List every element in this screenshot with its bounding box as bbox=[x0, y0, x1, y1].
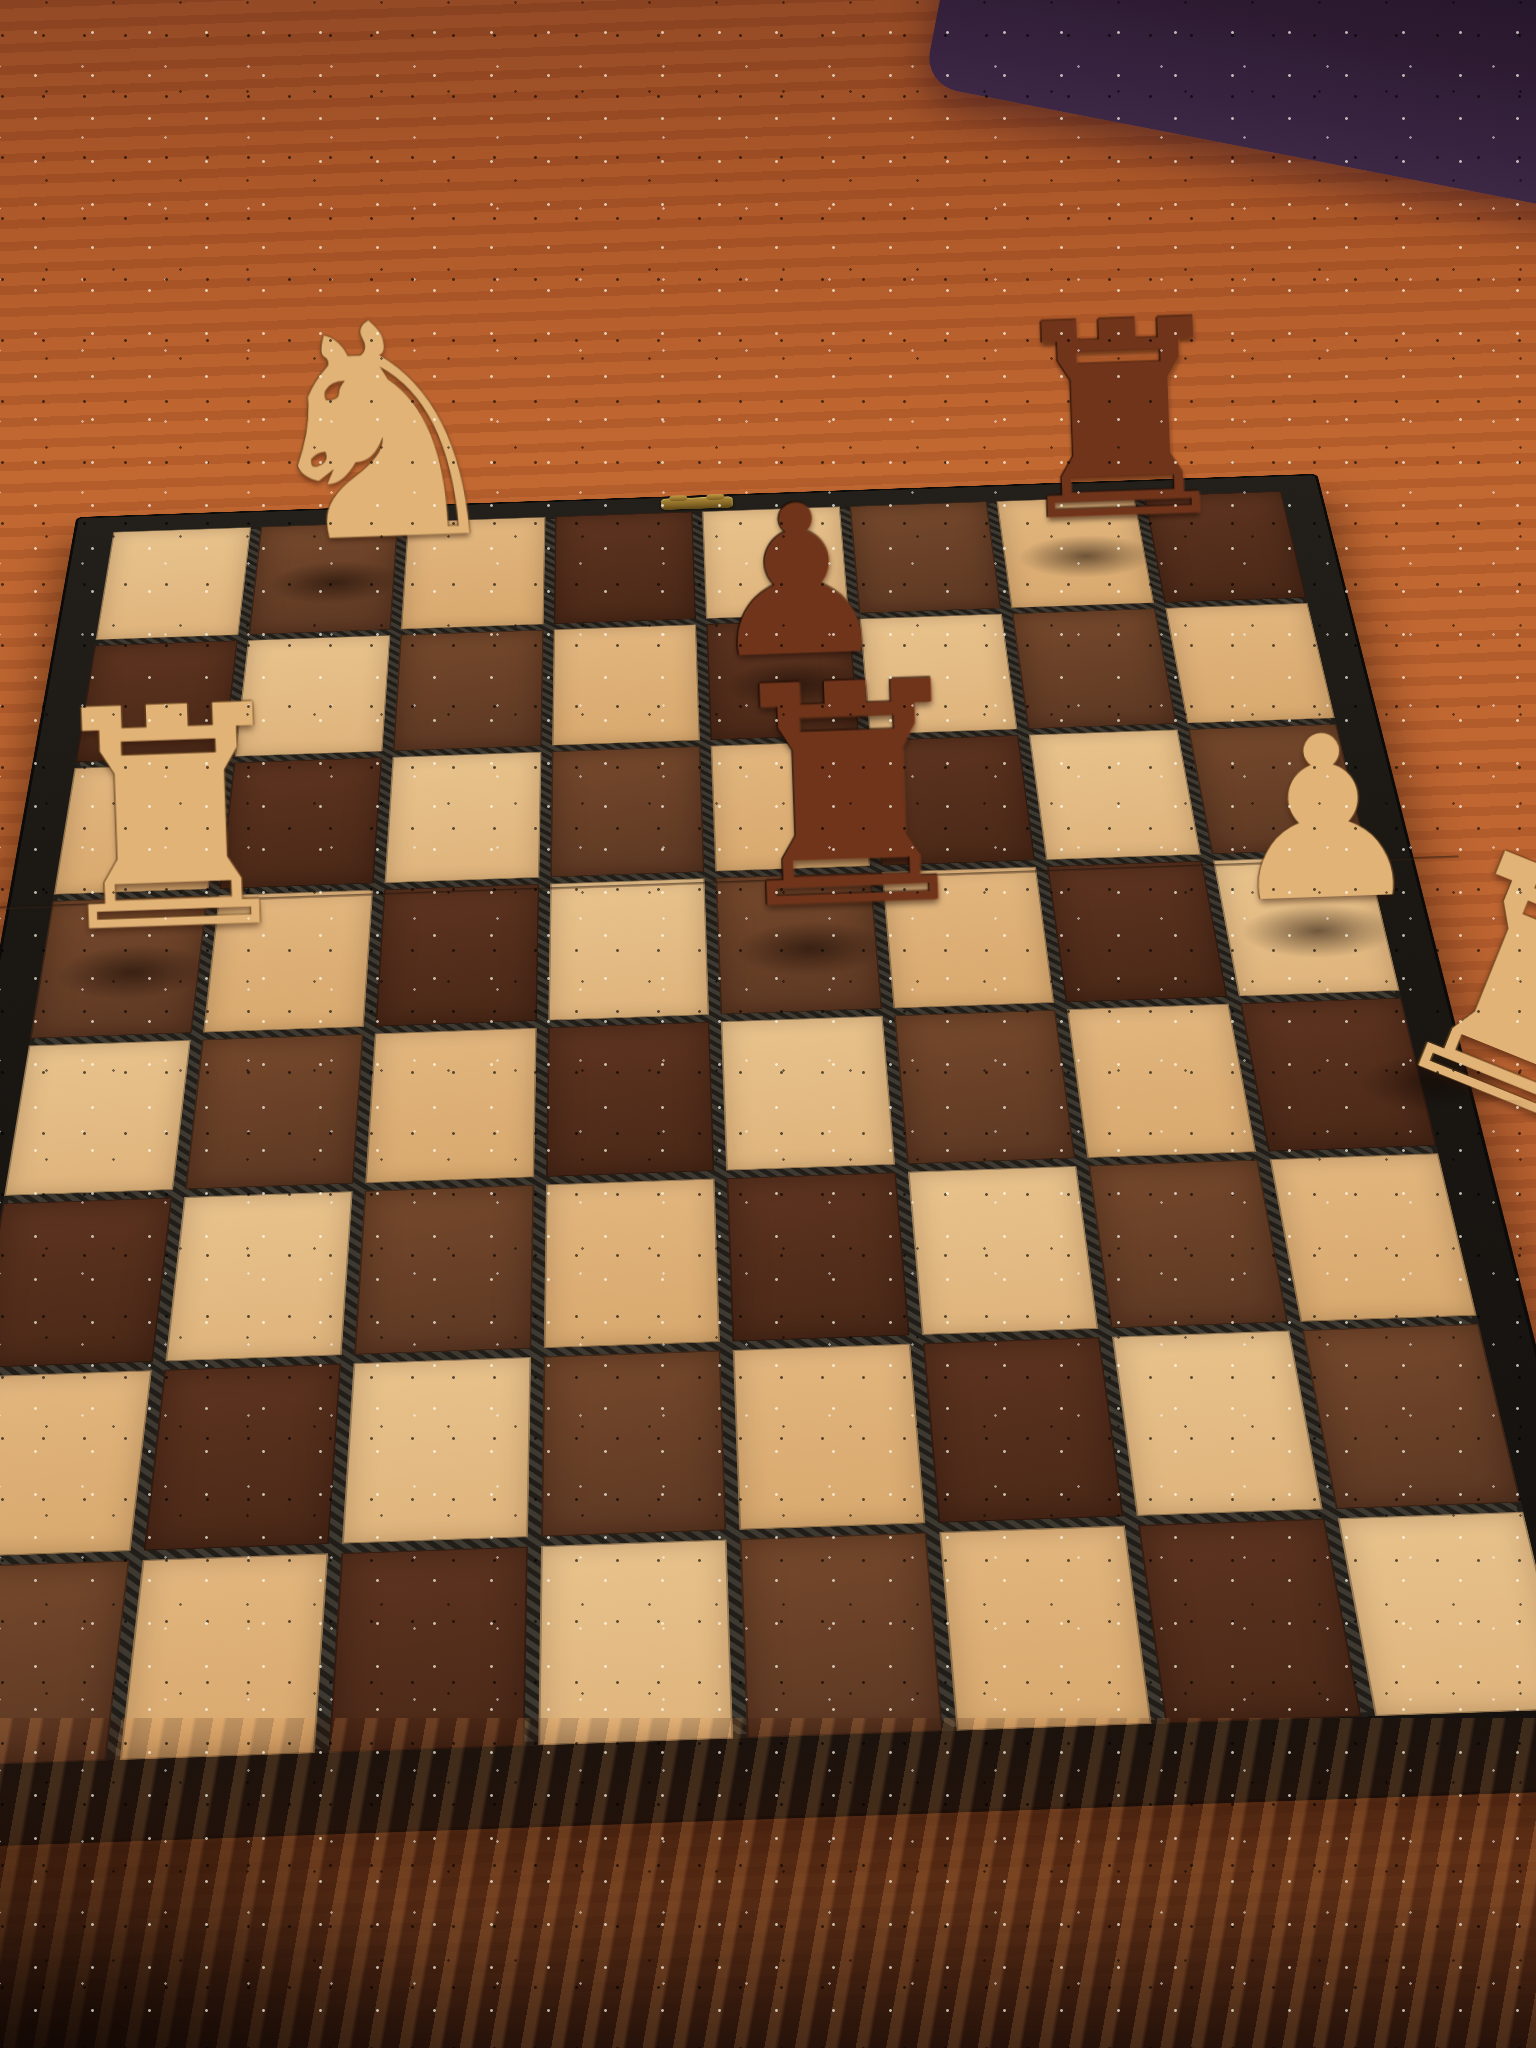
square-b7[interactable] bbox=[234, 635, 390, 757]
square-g1[interactable] bbox=[1138, 1519, 1361, 1724]
square-d4[interactable] bbox=[546, 1022, 715, 1177]
square-h6[interactable] bbox=[1188, 724, 1366, 854]
square-a8[interactable] bbox=[96, 527, 251, 640]
square-d1[interactable] bbox=[538, 1539, 734, 1745]
square-c2[interactable] bbox=[342, 1357, 531, 1544]
square-a5[interactable] bbox=[30, 896, 208, 1039]
square-d2[interactable] bbox=[541, 1350, 727, 1537]
square-b4[interactable] bbox=[185, 1034, 364, 1190]
square-c6[interactable] bbox=[385, 752, 542, 883]
square-f7[interactable] bbox=[859, 614, 1017, 735]
chess-board[interactable]: ♞♜♟♜♜♟♜ bbox=[0, 491, 1536, 1767]
square-d3[interactable] bbox=[543, 1179, 720, 1349]
square-b6[interactable] bbox=[219, 757, 382, 889]
square-c8[interactable] bbox=[401, 517, 545, 630]
square-f4[interactable] bbox=[894, 1010, 1076, 1165]
square-e7[interactable] bbox=[706, 619, 859, 740]
square-d8[interactable] bbox=[553, 512, 696, 624]
square-d7[interactable] bbox=[552, 624, 700, 745]
square-e5[interactable] bbox=[716, 872, 882, 1014]
square-h7[interactable] bbox=[1165, 603, 1335, 723]
square-b2[interactable] bbox=[143, 1364, 341, 1551]
square-h4[interactable] bbox=[1240, 998, 1437, 1152]
square-e8[interactable] bbox=[702, 507, 849, 619]
square-c4[interactable] bbox=[365, 1028, 536, 1183]
square-g8[interactable] bbox=[996, 496, 1153, 608]
square-f3[interactable] bbox=[907, 1166, 1098, 1335]
square-f6[interactable] bbox=[870, 735, 1036, 866]
bottom-left-shadow bbox=[0, 1788, 480, 2048]
square-e3[interactable] bbox=[727, 1172, 910, 1341]
square-a2[interactable] bbox=[0, 1370, 152, 1558]
square-b8[interactable] bbox=[248, 522, 398, 635]
square-h1[interactable] bbox=[1337, 1512, 1536, 1717]
chess-board-3d-wrapper: ♞♜♟♜♜♟♜ bbox=[0, 474, 1536, 1852]
square-a6[interactable] bbox=[54, 763, 223, 895]
board-frame: ♞♜♟♜♜♟♜ bbox=[0, 474, 1536, 1852]
square-f5[interactable] bbox=[881, 867, 1054, 1009]
square-g5[interactable] bbox=[1047, 861, 1227, 1003]
square-c3[interactable] bbox=[354, 1185, 534, 1355]
square-d5[interactable] bbox=[548, 878, 709, 1020]
square-b3[interactable] bbox=[165, 1191, 353, 1361]
square-d6[interactable] bbox=[550, 746, 705, 877]
square-f8[interactable] bbox=[849, 501, 1001, 613]
square-g6[interactable] bbox=[1029, 730, 1201, 860]
square-f2[interactable] bbox=[922, 1337, 1123, 1523]
square-g2[interactable] bbox=[1112, 1330, 1322, 1516]
square-e4[interactable] bbox=[721, 1016, 895, 1171]
square-g4[interactable] bbox=[1067, 1004, 1256, 1158]
square-e1[interactable] bbox=[740, 1533, 943, 1739]
square-f1[interactable] bbox=[939, 1526, 1152, 1731]
square-h5[interactable] bbox=[1213, 855, 1400, 996]
square-e2[interactable] bbox=[733, 1344, 925, 1530]
square-h3[interactable] bbox=[1269, 1153, 1477, 1322]
square-a4[interactable] bbox=[4, 1040, 190, 1196]
square-c7[interactable] bbox=[393, 630, 543, 751]
square-h8[interactable] bbox=[1144, 491, 1307, 603]
square-a7[interactable] bbox=[76, 640, 238, 762]
square-c5[interactable] bbox=[375, 884, 539, 1027]
square-b5[interactable] bbox=[203, 890, 374, 1033]
square-h2[interactable] bbox=[1302, 1324, 1522, 1509]
square-e6[interactable] bbox=[711, 741, 870, 872]
square-g3[interactable] bbox=[1088, 1160, 1287, 1329]
square-g7[interactable] bbox=[1012, 608, 1176, 729]
square-a3[interactable] bbox=[0, 1197, 172, 1368]
brass-hinge bbox=[661, 496, 733, 510]
